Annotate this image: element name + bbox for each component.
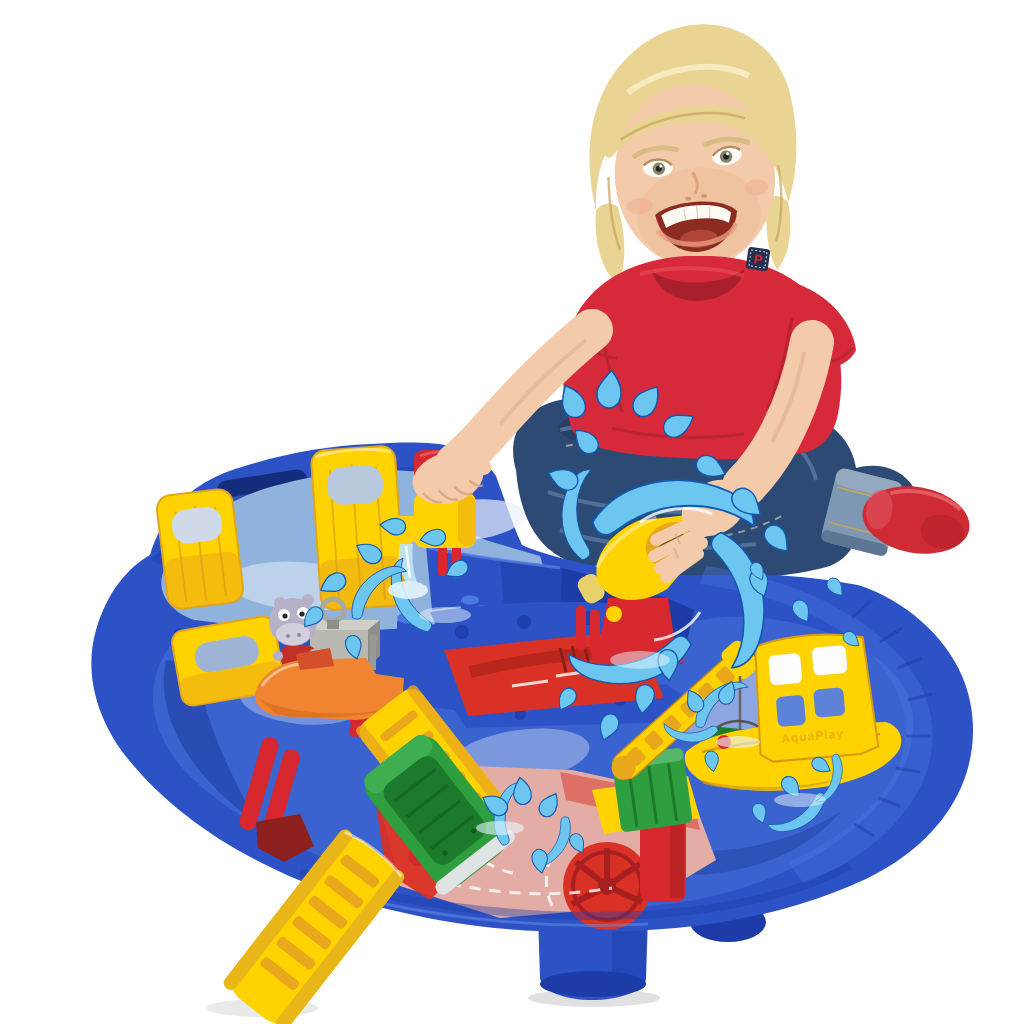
bridge-window <box>811 645 847 676</box>
boat-mast <box>369 634 377 670</box>
bridge-window <box>813 687 845 718</box>
lock-gate-left <box>155 488 244 610</box>
bridge-window <box>768 653 802 686</box>
gate-handle-cutout <box>326 464 385 506</box>
axle-pin <box>606 606 622 622</box>
sleeve-tag: P <box>746 247 771 272</box>
ship-bridge: AquaPlay <box>751 630 879 763</box>
bridge-window <box>776 695 807 727</box>
product-photo: P <box>0 0 1024 1024</box>
